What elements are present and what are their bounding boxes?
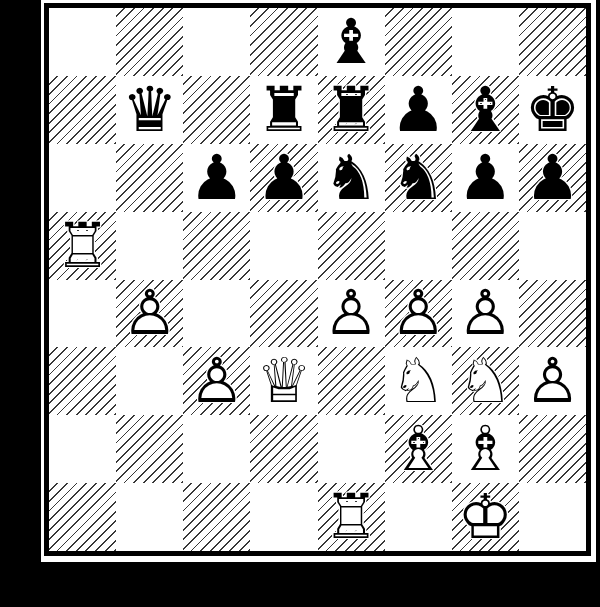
white-pawn-h3[interactable]: ♟♙ [519,347,586,415]
white-knight-g3[interactable]: ♞♘ [452,347,519,415]
square-h3[interactable]: ♟♙ [519,347,586,415]
white-queen-d3[interactable]: ♛♕ [250,347,317,415]
square-f7[interactable]: ♟♟ [385,76,452,144]
square-e5[interactable] [318,212,385,280]
square-d7[interactable]: ♜♜ [250,76,317,144]
board-frame: ♝♝♛♛♜♜♜♜♟♟♝♝♚♚♟♟♟♟♞♞♞♞♟♟♟♟♜♖♟♙♟♙♟♙♟♙♟♙♛♕… [44,3,591,556]
piece-glyph: ♖ [49,212,116,280]
square-a2[interactable] [49,415,116,483]
square-b7[interactable]: ♛♛ [116,76,183,144]
square-d8[interactable] [250,8,317,76]
black-rook-d7[interactable]: ♜♜ [250,76,317,144]
square-d6[interactable]: ♟♟ [250,144,317,212]
piece-glyph: ♖ [318,483,385,551]
square-b8[interactable] [116,8,183,76]
white-knight-f3[interactable]: ♞♘ [385,347,452,415]
black-pawn-h6[interactable]: ♟♟ [519,144,586,212]
piece-glyph: ♞ [318,144,385,212]
white-pawn-b4[interactable]: ♟♙ [116,280,183,348]
piece-glyph: ♞ [385,144,452,212]
black-king-h7[interactable]: ♚♚ [519,76,586,144]
piece-glyph: ♘ [452,347,519,415]
piece-glyph: ♘ [385,347,452,415]
square-c2[interactable] [183,415,250,483]
square-a4[interactable] [49,280,116,348]
square-f3[interactable]: ♞♘ [385,347,452,415]
square-b4[interactable]: ♟♙ [116,280,183,348]
black-bishop-g7[interactable]: ♝♝ [452,76,519,144]
square-g1[interactable]: ♚♔ [452,483,519,551]
black-queen-b7[interactable]: ♛♛ [116,76,183,144]
chess-diagram-panel: ♝♝♛♛♜♜♜♜♟♟♝♝♚♚♟♟♟♟♞♞♞♞♟♟♟♟♜♖♟♙♟♙♟♙♟♙♟♙♛♕… [41,0,596,562]
square-h4[interactable] [519,280,586,348]
square-g3[interactable]: ♞♘ [452,347,519,415]
black-bishop-e8[interactable]: ♝♝ [318,8,385,76]
piece-glyph: ♛ [116,76,183,144]
white-rook-a5[interactable]: ♜♖ [49,212,116,280]
black-knight-f6[interactable]: ♞♞ [385,144,452,212]
piece-glyph: ♙ [183,347,250,415]
square-b2[interactable] [116,415,183,483]
square-d2[interactable] [250,415,317,483]
piece-glyph: ♚ [519,76,586,144]
square-b1[interactable] [116,483,183,551]
white-pawn-c3[interactable]: ♟♙ [183,347,250,415]
white-pawn-f4[interactable]: ♟♙ [385,280,452,348]
square-a8[interactable] [49,8,116,76]
square-g5[interactable] [452,212,519,280]
square-d5[interactable] [250,212,317,280]
square-b5[interactable] [116,212,183,280]
chess-board: ♝♝♛♛♜♜♜♜♟♟♝♝♚♚♟♟♟♟♞♞♞♞♟♟♟♟♜♖♟♙♟♙♟♙♟♙♟♙♛♕… [49,8,586,551]
square-h2[interactable] [519,415,586,483]
piece-glyph: ♝ [452,76,519,144]
white-king-g1[interactable]: ♚♔ [452,483,519,551]
square-e3[interactable] [318,347,385,415]
square-b3[interactable] [116,347,183,415]
black-pawn-g6[interactable]: ♟♟ [452,144,519,212]
square-e8[interactable]: ♝♝ [318,8,385,76]
white-rook-e1[interactable]: ♜♖ [318,483,385,551]
piece-glyph: ♗ [452,415,519,483]
square-f5[interactable] [385,212,452,280]
square-f2[interactable]: ♝♗ [385,415,452,483]
piece-glyph: ♟ [385,76,452,144]
square-e4[interactable]: ♟♙ [318,280,385,348]
square-a6[interactable] [49,144,116,212]
square-a1[interactable] [49,483,116,551]
white-bishop-f2[interactable]: ♝♗ [385,415,452,483]
black-knight-e6[interactable]: ♞♞ [318,144,385,212]
white-bishop-g2[interactable]: ♝♗ [452,415,519,483]
square-d1[interactable] [250,483,317,551]
piece-glyph: ♙ [318,280,385,348]
square-g8[interactable] [452,8,519,76]
square-h1[interactable] [519,483,586,551]
square-c8[interactable] [183,8,250,76]
square-a3[interactable] [49,347,116,415]
square-c7[interactable] [183,76,250,144]
square-c3[interactable]: ♟♙ [183,347,250,415]
square-b6[interactable] [116,144,183,212]
piece-glyph: ♙ [452,280,519,348]
square-c4[interactable] [183,280,250,348]
piece-glyph: ♟ [452,144,519,212]
white-pawn-e4[interactable]: ♟♙ [318,280,385,348]
square-c6[interactable]: ♟♟ [183,144,250,212]
piece-glyph: ♙ [385,280,452,348]
square-c5[interactable] [183,212,250,280]
square-g4[interactable]: ♟♙ [452,280,519,348]
black-pawn-d6[interactable]: ♟♟ [250,144,317,212]
piece-glyph: ♟ [250,144,317,212]
square-a7[interactable] [49,76,116,144]
black-rook-e7[interactable]: ♜♜ [318,76,385,144]
square-d3[interactable]: ♛♕ [250,347,317,415]
square-h5[interactable] [519,212,586,280]
square-e7[interactable]: ♜♜ [318,76,385,144]
square-f6[interactable]: ♞♞ [385,144,452,212]
square-h7[interactable]: ♚♚ [519,76,586,144]
square-g6[interactable]: ♟♟ [452,144,519,212]
piece-glyph: ♟ [183,144,250,212]
black-pawn-f7[interactable]: ♟♟ [385,76,452,144]
square-g7[interactable]: ♝♝ [452,76,519,144]
black-pawn-c6[interactable]: ♟♟ [183,144,250,212]
piece-glyph: ♟ [519,144,586,212]
square-g2[interactable]: ♝♗ [452,415,519,483]
square-h6[interactable]: ♟♟ [519,144,586,212]
piece-glyph: ♝ [318,8,385,76]
square-f4[interactable]: ♟♙ [385,280,452,348]
piece-glyph: ♙ [519,347,586,415]
piece-glyph: ♕ [250,347,317,415]
square-f1[interactable] [385,483,452,551]
piece-glyph: ♜ [250,76,317,144]
piece-glyph: ♔ [452,483,519,551]
piece-glyph: ♜ [318,76,385,144]
square-e2[interactable] [318,415,385,483]
square-a5[interactable]: ♜♖ [49,212,116,280]
square-e6[interactable]: ♞♞ [318,144,385,212]
square-e1[interactable]: ♜♖ [318,483,385,551]
square-c1[interactable] [183,483,250,551]
square-h8[interactable] [519,8,586,76]
square-d4[interactable] [250,280,317,348]
piece-glyph: ♗ [385,415,452,483]
square-f8[interactable] [385,8,452,76]
white-pawn-g4[interactable]: ♟♙ [452,280,519,348]
piece-glyph: ♙ [116,280,183,348]
